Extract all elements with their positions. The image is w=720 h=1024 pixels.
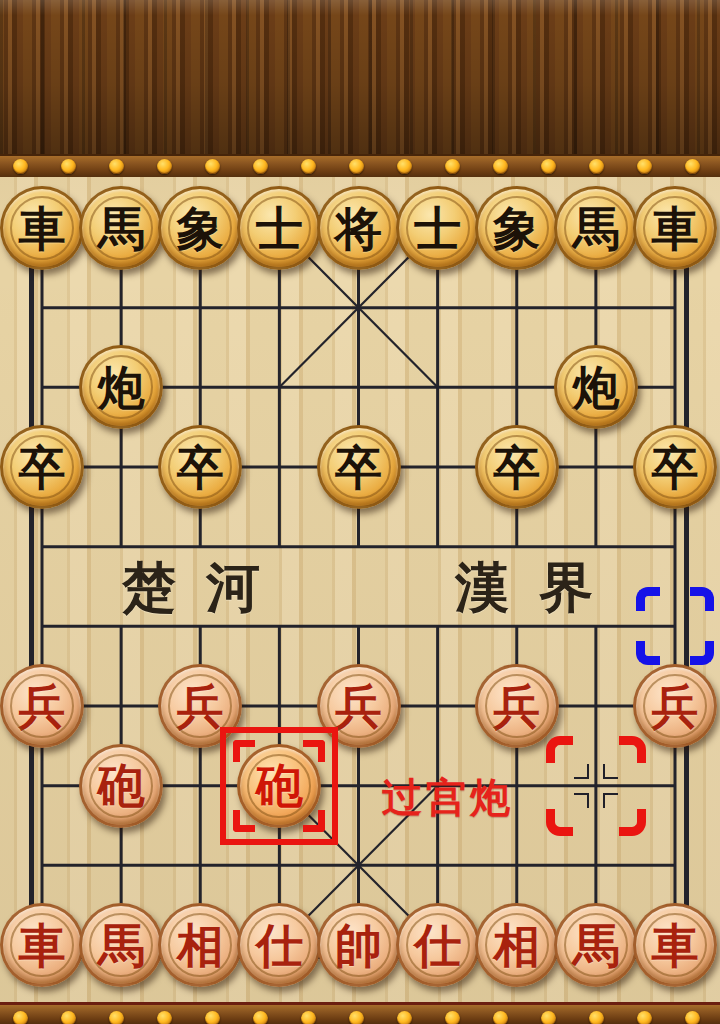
move-origin-brackets xyxy=(546,736,646,836)
piece-black-車[interactable]: 車 xyxy=(0,186,84,270)
piece-black-炮[interactable]: 炮 xyxy=(554,345,638,429)
xiangqi-board-screen: 楚河 漢界 車馬象士将士象馬車炮炮卒卒卒卒卒兵兵兵兵兵砲砲車馬相仕帥仕相馬車 过… xyxy=(0,0,720,1024)
piece-red-砲[interactable]: 砲 xyxy=(79,744,163,828)
piece-red-仕[interactable]: 仕 xyxy=(237,903,321,987)
board-grid[interactable] xyxy=(0,0,720,1024)
piece-black-卒[interactable]: 卒 xyxy=(158,425,242,509)
hint-square-brackets xyxy=(636,587,714,665)
river-label-right: 漢界 xyxy=(455,552,623,625)
piece-black-馬[interactable]: 馬 xyxy=(554,186,638,270)
piece-red-車[interactable]: 車 xyxy=(633,903,717,987)
piece-red-帥[interactable]: 帥 xyxy=(317,903,401,987)
piece-red-兵[interactable]: 兵 xyxy=(0,664,84,748)
piece-red-馬[interactable]: 馬 xyxy=(79,903,163,987)
piece-red-車[interactable]: 車 xyxy=(0,903,84,987)
piece-black-士[interactable]: 士 xyxy=(396,186,480,270)
piece-black-卒[interactable]: 卒 xyxy=(475,425,559,509)
piece-red-相[interactable]: 相 xyxy=(158,903,242,987)
piece-black-車[interactable]: 車 xyxy=(633,186,717,270)
piece-red-仕[interactable]: 仕 xyxy=(396,903,480,987)
piece-black-炮[interactable]: 炮 xyxy=(79,345,163,429)
piece-black-馬[interactable]: 馬 xyxy=(79,186,163,270)
opening-annotation: 过宫炮 xyxy=(382,770,514,825)
piece-black-卒[interactable]: 卒 xyxy=(633,425,717,509)
river-label-left: 楚河 xyxy=(122,552,290,625)
piece-red-馬[interactable]: 馬 xyxy=(554,903,638,987)
piece-black-卒[interactable]: 卒 xyxy=(0,425,84,509)
piece-black-象[interactable]: 象 xyxy=(475,186,559,270)
piece-black-士[interactable]: 士 xyxy=(237,186,321,270)
piece-black-象[interactable]: 象 xyxy=(158,186,242,270)
piece-red-相[interactable]: 相 xyxy=(475,903,559,987)
selected-piece-brackets xyxy=(233,740,325,832)
piece-black-将[interactable]: 将 xyxy=(317,186,401,270)
piece-black-卒[interactable]: 卒 xyxy=(317,425,401,509)
